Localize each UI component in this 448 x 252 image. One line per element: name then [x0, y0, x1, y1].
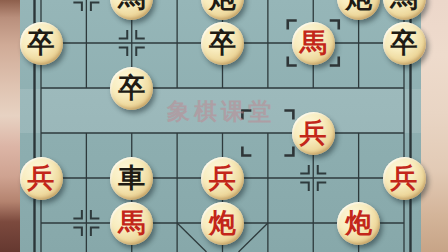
piece-character: 炮 — [345, 209, 372, 236]
piece-character: 兵 — [28, 164, 55, 191]
piece-character: 馬 — [118, 0, 145, 11]
piece-character: 兵 — [209, 164, 236, 191]
watermark: 象棋课堂 — [167, 96, 275, 127]
last-move-from-marker — [242, 147, 251, 156]
piece-character: 馬 — [300, 29, 327, 56]
point-marker — [73, 210, 82, 219]
piece-black-chariot[interactable]: 車 — [110, 157, 153, 200]
piece-character: 卒 — [28, 29, 55, 56]
piece-character: 馬 — [118, 209, 145, 236]
piece-character: 馬 — [391, 0, 418, 11]
piece-character: 兵 — [391, 164, 418, 191]
last-move-to-marker — [330, 21, 339, 30]
piece-red-soldier[interactable]: 兵 — [292, 112, 335, 155]
piece-black-soldier[interactable]: 卒 — [20, 22, 63, 65]
piece-red-cannon[interactable]: 炮 — [201, 202, 244, 245]
piece-red-horse[interactable]: 馬 — [292, 22, 335, 65]
piece-character: 炮 — [345, 0, 372, 11]
piece-character: 卒 — [118, 74, 145, 101]
screenshot-stage: 象棋课堂 馬炮炮馬卒卒馬卒卒兵兵車兵兵馬炮炮 — [0, 0, 448, 252]
piece-black-soldier[interactable]: 卒 — [110, 67, 153, 110]
piece-character: 兵 — [300, 119, 327, 146]
last-move-from-marker — [284, 111, 293, 120]
last-move-from-marker — [284, 147, 293, 156]
piece-character: 炮 — [209, 209, 236, 236]
piece-character: 炮 — [209, 0, 236, 11]
piece-black-soldier[interactable]: 卒 — [201, 22, 244, 65]
last-move-to-marker — [288, 21, 297, 30]
piece-character: 卒 — [209, 29, 236, 56]
piece-black-soldier[interactable]: 卒 — [383, 22, 426, 65]
piece-character: 車 — [118, 164, 145, 191]
piece-character: 卒 — [391, 29, 418, 56]
piece-red-soldier[interactable]: 兵 — [383, 157, 426, 200]
last-move-to-marker — [288, 57, 297, 66]
piece-red-soldier[interactable]: 兵 — [201, 157, 244, 200]
last-move-to-marker — [330, 57, 339, 66]
point-marker — [300, 165, 309, 174]
piece-red-horse[interactable]: 馬 — [110, 202, 153, 245]
piece-red-cannon[interactable]: 炮 — [337, 202, 380, 245]
piece-red-soldier[interactable]: 兵 — [20, 157, 63, 200]
point-marker — [119, 30, 128, 39]
